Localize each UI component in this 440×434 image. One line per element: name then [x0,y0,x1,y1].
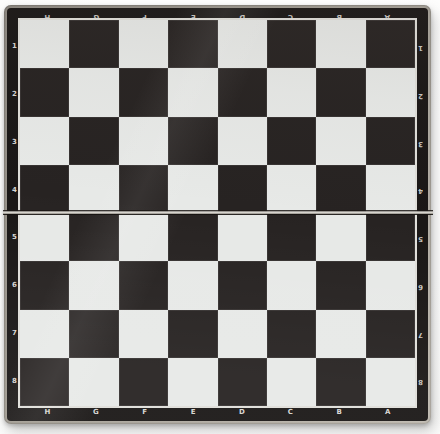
square-d3[interactable] [218,117,267,165]
square-h7[interactable] [20,310,69,358]
square-c7[interactable] [267,310,316,358]
square-e3[interactable] [168,117,217,165]
square-d4[interactable] [218,165,267,213]
square-g1[interactable] [69,20,118,68]
square-a8[interactable] [366,358,415,406]
square-g5[interactable] [69,213,118,261]
square-g3[interactable] [69,117,118,165]
square-h5[interactable] [20,213,69,261]
square-h3[interactable] [20,117,69,165]
square-b3[interactable] [316,117,365,165]
square-b4[interactable] [316,165,365,213]
square-f2[interactable] [119,68,168,116]
square-d2[interactable] [218,68,267,116]
chessboard: HGFEDCBA HGFEDCBA 12345678 12345678 [4,5,431,424]
square-c8[interactable] [267,358,316,406]
square-f5[interactable] [119,213,168,261]
photo-background: HGFEDCBA HGFEDCBA 12345678 12345678 [0,0,440,434]
square-a1[interactable] [366,20,415,68]
square-g8[interactable] [69,358,118,406]
square-d1[interactable] [218,20,267,68]
square-c2[interactable] [267,68,316,116]
square-c4[interactable] [267,165,316,213]
square-f7[interactable] [119,310,168,358]
square-b5[interactable] [316,213,365,261]
square-e8[interactable] [168,358,217,406]
square-b7[interactable] [316,310,365,358]
square-e4[interactable] [168,165,217,213]
square-b2[interactable] [316,68,365,116]
square-f6[interactable] [119,261,168,309]
square-f3[interactable] [119,117,168,165]
square-h8[interactable] [20,358,69,406]
square-a5[interactable] [366,213,415,261]
square-g7[interactable] [69,310,118,358]
square-a2[interactable] [366,68,415,116]
square-e1[interactable] [168,20,217,68]
square-d6[interactable] [218,261,267,309]
square-c5[interactable] [267,213,316,261]
square-b8[interactable] [316,358,365,406]
square-h1[interactable] [20,20,69,68]
square-e5[interactable] [168,213,217,261]
square-d8[interactable] [218,358,267,406]
square-b6[interactable] [316,261,365,309]
square-e6[interactable] [168,261,217,309]
square-a7[interactable] [366,310,415,358]
square-a6[interactable] [366,261,415,309]
square-g2[interactable] [69,68,118,116]
square-h4[interactable] [20,165,69,213]
square-e7[interactable] [168,310,217,358]
square-f1[interactable] [119,20,168,68]
square-a3[interactable] [366,117,415,165]
square-g4[interactable] [69,165,118,213]
square-f4[interactable] [119,165,168,213]
square-a4[interactable] [366,165,415,213]
square-c6[interactable] [267,261,316,309]
square-c3[interactable] [267,117,316,165]
square-e2[interactable] [168,68,217,116]
square-d5[interactable] [218,213,267,261]
square-h6[interactable] [20,261,69,309]
square-c1[interactable] [267,20,316,68]
square-d7[interactable] [218,310,267,358]
square-b1[interactable] [316,20,365,68]
fold-seam [3,210,433,215]
square-f8[interactable] [119,358,168,406]
square-g6[interactable] [69,261,118,309]
square-h2[interactable] [20,68,69,116]
